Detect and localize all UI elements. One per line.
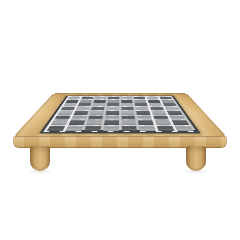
board-square <box>81 97 93 100</box>
board-square <box>121 97 132 100</box>
board-square <box>121 121 136 125</box>
board-square <box>68 121 85 125</box>
board-square <box>121 100 133 103</box>
board-square <box>68 97 81 100</box>
board-square <box>169 116 185 120</box>
board-square <box>107 103 119 106</box>
board-square <box>152 111 167 115</box>
board-square <box>153 116 169 120</box>
board-square <box>136 111 150 115</box>
board-square <box>86 121 102 125</box>
board-square <box>71 116 87 120</box>
board-square <box>157 126 175 131</box>
board-square <box>47 126 65 131</box>
board-square <box>139 126 156 131</box>
board-square <box>91 107 104 110</box>
board-square <box>160 97 173 100</box>
board-square <box>148 100 161 103</box>
board-square <box>121 103 133 106</box>
board-square <box>150 107 164 110</box>
board-leg-left <box>30 146 50 171</box>
board-square <box>89 111 103 115</box>
board-square <box>106 107 119 110</box>
board-square <box>84 126 101 131</box>
board-square <box>78 103 91 106</box>
board-square <box>172 121 189 125</box>
board-square <box>63 103 77 106</box>
board-square <box>163 103 177 106</box>
board-square <box>147 97 159 100</box>
board-square <box>66 100 79 103</box>
board-perspective-wrapper <box>12 0 228 138</box>
wooden-board-frame <box>12 93 228 138</box>
leg-shadow-right <box>183 169 209 174</box>
board-square <box>105 111 119 115</box>
board-square <box>61 107 76 110</box>
board-leg-right <box>186 146 206 171</box>
board-square <box>121 116 135 120</box>
checkerboard-inset <box>39 96 201 134</box>
board-square <box>137 116 152 120</box>
board-square <box>121 111 135 115</box>
board-square <box>167 111 182 115</box>
board-square <box>149 103 162 106</box>
leg-shadow-left <box>27 169 53 174</box>
board-square <box>103 126 119 131</box>
board-square <box>54 116 70 120</box>
board-square <box>93 100 105 103</box>
board-square <box>92 103 105 106</box>
board-square <box>104 121 119 125</box>
board-square <box>105 116 119 120</box>
board-square <box>58 111 73 115</box>
board-square <box>79 100 92 103</box>
board-square <box>121 107 134 110</box>
board-square <box>138 121 154 125</box>
board-square <box>76 107 90 110</box>
board-square <box>121 126 137 131</box>
product-photo <box>0 0 240 240</box>
board-square <box>88 116 103 120</box>
board-square <box>155 121 172 125</box>
board-square <box>134 97 146 100</box>
board-square <box>108 97 119 100</box>
board-square <box>136 107 149 110</box>
board-square <box>51 121 68 125</box>
board-square <box>107 100 119 103</box>
board-square <box>73 111 88 115</box>
board-square <box>134 100 146 103</box>
board-square <box>161 100 174 103</box>
board-square <box>175 126 193 131</box>
board-square <box>65 126 83 131</box>
board-square <box>94 97 106 100</box>
board-square <box>135 103 148 106</box>
board-square <box>165 107 180 110</box>
